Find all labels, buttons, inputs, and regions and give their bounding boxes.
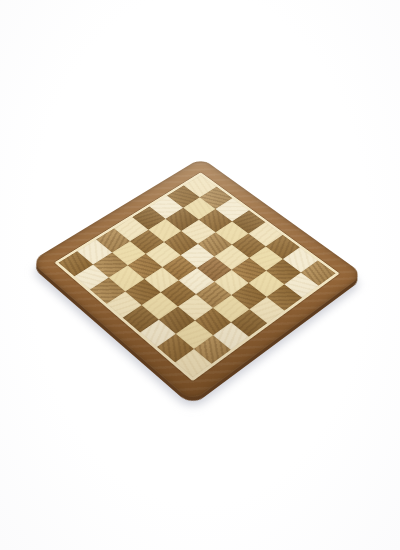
- board-scene: [75, 146, 320, 391]
- product-photo-background: [0, 0, 400, 550]
- board-playing-field: [54, 172, 339, 381]
- chess-board: [30, 158, 364, 403]
